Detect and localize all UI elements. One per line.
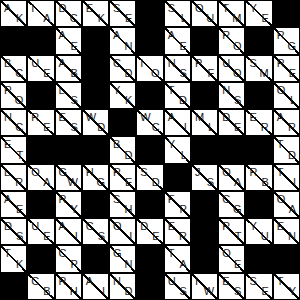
letter-cell-r0c4: SE [109,0,136,27]
bottom-letter: K [125,95,132,106]
bottom-letter: I [102,286,105,297]
bottom-letter: S [180,286,187,297]
top-letter: O [222,248,231,259]
block-cell-r1c5 [136,27,163,54]
bottom-letter: C [15,122,23,133]
bottom-letter: R [288,122,296,133]
tangleword-board: AKIADCEKSESLOUTMYEAEANAERORGBCUEABCDIONS… [0,0,300,300]
block-cell-r9c9 [245,245,272,272]
top-letter: P [195,58,202,69]
bottom-letter: F [207,68,214,79]
bottom-letter: K [98,13,105,24]
top-letter: B [113,139,120,150]
top-letter: C [113,58,121,69]
top-letter: N [113,276,121,287]
top-letter: R [277,30,285,41]
bottom-letter: M [232,13,241,24]
block-cell-r8c7 [191,218,218,245]
letter-cell-r7c8: CG [218,191,245,218]
letter-cell-r1c2: AE [55,27,82,54]
top-letter: Y [113,85,120,96]
letter-cell-r8c8: RT [218,218,245,245]
top-letter: S [140,167,147,178]
block-cell-r1c0 [0,27,27,54]
letter-cell-r3c4: YK [109,82,136,109]
block-cell-r9c10 [273,245,300,272]
letter-cell-r4c5: WC [136,109,163,136]
letter-cell-r8c2: AI [55,218,82,245]
block-cell-r4c4 [109,109,136,136]
letter-cell-r10c9: SE [245,273,272,300]
bottom-letter: O [233,41,242,52]
bottom-letter: G [97,177,106,188]
letter-cell-r6c10: TI [273,164,300,191]
letter-cell-r0c1: IA [27,0,54,27]
bottom-letter: S [234,286,241,297]
top-letter: A [59,221,66,232]
letter-cell-r3c0: RO [0,82,27,109]
bottom-letter: E [125,13,132,24]
block-cell-r3c3 [82,82,109,109]
bottom-letter: I [184,122,187,133]
top-letter: C [86,221,94,232]
bottom-letter: L [181,13,187,24]
letter-cell-r9c4: GN [109,245,136,272]
letter-cell-r4c8: DE [218,109,245,136]
letter-cell-r6c3: HG [82,164,109,191]
block-cell-r9c3 [82,245,109,272]
block-cell-r1c9 [245,27,272,54]
letter-cell-r6c2: GW [55,164,82,191]
letter-cell-r8c0: DS [0,218,27,245]
letter-cell-r4c2: ES [55,109,82,136]
bottom-letter: L [208,122,214,133]
top-letter: E [222,276,229,287]
bottom-letter: L [181,150,187,161]
top-letter: R [59,194,67,205]
block-cell-r1c1 [27,27,54,54]
bottom-letter: D [152,177,160,188]
bottom-letter: B [70,68,77,79]
bottom-letter: E [234,122,241,133]
bottom-letter: E [125,177,132,188]
top-letter: O [277,85,286,96]
bottom-letter: C [70,13,78,24]
letter-cell-r6c4: RE [109,164,136,191]
bottom-letter: L [290,95,296,106]
top-letter: E [249,112,256,123]
block-cell-r3c5 [136,82,163,109]
top-letter: N [168,58,176,69]
top-letter: O [222,167,231,178]
bottom-letter: P [180,204,187,215]
letter-cell-r3c6: TD [164,82,191,109]
top-letter: E [168,221,175,232]
top-letter: A [168,112,175,123]
letter-cell-r1c6: AE [164,27,191,54]
top-letter: I [195,276,198,287]
letter-cell-r2c1: UE [27,55,54,82]
block-cell-r10c0 [0,273,27,300]
bottom-letter: T [17,150,24,161]
letter-cell-r10c2: RH [55,273,82,300]
bottom-letter: S [180,68,187,79]
letter-cell-r8c10: EN [273,218,300,245]
bottom-letter: S [98,231,105,242]
bottom-letter: W [67,177,77,188]
bottom-letter: P [70,259,77,270]
letter-cell-r2c7: PF [191,55,218,82]
block-cell-r5c8 [218,136,245,163]
top-letter: G [59,167,68,178]
letter-cell-r8c1: UE [27,218,54,245]
bottom-letter: D [97,122,105,133]
letter-cell-r5c4: BD [109,136,136,163]
top-letter: A [59,30,66,41]
top-letter: E [277,221,284,232]
bottom-letter: N [124,259,132,270]
bottom-letter: U [261,231,269,242]
bottom-letter: C [15,68,23,79]
top-letter: A [4,194,11,205]
block-cell-r9c1 [27,245,54,272]
top-letter: U [222,58,230,69]
letter-cell-r4c3: WD [82,109,109,136]
letter-cell-r2c4: CD [109,55,136,82]
block-cell-r5c1 [27,136,54,163]
top-letter: R [31,112,39,123]
letter-cell-r10c6: US [164,273,191,300]
block-cell-r3c7 [191,82,218,109]
bottom-letter: E [180,41,187,52]
bottom-letter: E [70,41,77,52]
bottom-letter: O [15,95,24,106]
top-letter: E [86,3,93,14]
bottom-letter: E [43,68,50,79]
bottom-letter: R [15,177,23,188]
top-letter: E [59,112,66,123]
top-letter: A [86,276,93,287]
top-letter: T [277,139,284,150]
letter-cell-r6c5: SD [136,164,163,191]
top-letter: Y [249,3,256,14]
top-letter: W [140,112,150,123]
bottom-letter: G [287,41,296,52]
bottom-letter: D [288,150,296,161]
letter-cell-r2c0: BC [0,55,27,82]
letter-cell-r2c2: AB [55,55,82,82]
letter-cell-r3c8: NS [218,82,245,109]
letter-cell-r4c1: RE [27,109,54,136]
letter-cell-r3c10: OL [273,82,300,109]
top-letter: O [277,194,286,205]
bottom-letter: W [204,286,214,297]
top-letter: S [113,194,120,205]
block-cell-r7c7 [191,191,218,218]
top-letter: L [4,167,10,178]
letter-cell-r10c4: ND [109,273,136,300]
bottom-letter: D [124,286,132,297]
bottom-letter: E [16,204,23,215]
letter-cell-r7c0: AE [0,191,27,218]
top-letter: T [168,85,175,96]
bottom-letter: K [16,13,23,24]
top-letter: A [277,112,284,123]
letter-cell-r9c2: CP [55,245,82,272]
bottom-letter: O [233,68,242,79]
top-letter: M [195,112,204,123]
top-letter: Y [168,139,175,150]
top-letter: A [59,58,66,69]
letter-cell-r10c1: CB [27,273,54,300]
bottom-letter: E [152,231,159,242]
top-letter: G [113,248,122,259]
top-letter: O [31,167,40,178]
top-letter: D [59,3,67,14]
letter-cell-r9c6: TA [164,245,191,272]
bottom-letter: S [70,122,77,133]
bottom-letter: R [179,231,187,242]
top-letter: A [168,30,175,41]
bottom-letter: Y [289,286,296,297]
block-cell-r3c9 [245,82,272,109]
bottom-letter: Y [70,204,77,215]
block-cell-r3c1 [27,82,54,109]
top-letter: T [277,276,284,287]
letter-cell-r8c6: ER [164,218,191,245]
bottom-letter: A [43,177,50,188]
top-letter: N [222,85,230,96]
bottom-letter: S [70,95,77,106]
bottom-letter: A [180,259,187,270]
letter-cell-r2c6: NS [164,55,191,82]
block-cell-r7c3 [82,191,109,218]
bottom-letter: A [289,204,296,215]
bottom-letter: I [129,231,132,242]
top-letter: N [4,112,12,123]
bottom-letter: R [261,122,269,133]
top-letter: T [168,248,175,259]
bottom-letter: T [235,231,242,242]
letter-cell-r2c5: IO [136,55,163,82]
letter-cell-r9c8: OE [218,245,245,272]
letter-cell-r10c7: IW [191,273,218,300]
top-letter: R [249,167,257,178]
top-letter: T [222,3,229,14]
bottom-letter: E [43,231,50,242]
letter-cell-r0c3: EK [82,0,109,27]
letter-cell-r0c8: TM [218,0,245,27]
block-cell-r9c7 [191,245,218,272]
letter-cell-r0c2: DC [55,0,82,27]
top-letter: J [195,167,201,178]
top-letter: U [31,221,39,232]
top-letter: R [222,221,230,232]
letter-cell-r0c6: SL [164,0,191,27]
bottom-letter: D [179,95,187,106]
bottom-letter: G [233,204,242,215]
top-letter: D [140,221,148,232]
letter-cell-r1c4: AN [109,27,136,54]
bottom-letter: E [234,259,241,270]
block-cell-r5c7 [191,136,218,163]
block-cell-r6c6 [164,164,191,191]
letter-cell-r6c0: LR [0,164,27,191]
top-letter: S [113,3,120,14]
top-letter: E [4,139,11,150]
block-cell-r1c7 [191,27,218,54]
letter-cell-r10c8: ES [218,273,245,300]
bottom-letter: U [206,13,214,24]
letter-cell-r6c1: OA [27,164,54,191]
bottom-letter: K [16,259,23,270]
letter-cell-r8c4: OI [109,218,136,245]
top-letter: T [4,248,11,259]
bottom-letter: I [75,231,78,242]
block-cell-r5c5 [136,136,163,163]
top-letter: L [59,85,65,96]
top-letter: R [59,276,67,287]
top-letter: B [4,58,11,69]
block-cell-r7c9 [245,191,272,218]
letter-cell-r10c10: TY [273,273,300,300]
top-letter: S [249,276,256,287]
block-cell-r9c5 [136,245,163,272]
letter-cell-r6c7: JS [191,164,218,191]
top-letter: U [31,58,39,69]
block-cell-r5c9 [245,136,272,163]
bottom-letter: S [16,231,23,242]
letter-cell-r1c8: RO [218,27,245,54]
top-letter: I [31,3,34,14]
block-cell-r7c5 [136,191,163,218]
bottom-letter: E [261,13,268,24]
block-cell-r2c3 [82,55,109,82]
bottom-letter: N [288,231,296,242]
top-letter: T [277,167,284,178]
top-letter: O [113,221,122,232]
top-letter: C [222,194,230,205]
letter-cell-r7c6: FP [164,191,191,218]
block-cell-r1c3 [82,27,109,54]
top-letter: R [277,58,285,69]
top-letter: C [59,248,67,259]
bottom-letter: H [70,286,78,297]
letter-cell-r3c2: LS [55,82,82,109]
letter-cell-r6c8: OA [218,164,245,191]
bottom-letter: D [124,150,132,161]
letter-cell-r5c6: YL [164,136,191,163]
letter-cell-r0c7: OU [191,0,218,27]
bottom-letter: B [261,177,268,188]
top-letter: S [249,58,256,69]
block-cell-r5c3 [82,136,109,163]
bottom-letter: S [234,95,241,106]
letter-cell-r10c3: AI [82,273,109,300]
top-letter: A [113,30,120,41]
bottom-letter: M [260,68,269,79]
letter-cell-r7c4: SH [109,191,136,218]
letter-cell-r9c0: TK [0,245,27,272]
top-letter: D [222,112,230,123]
letter-cell-r7c2: RY [55,191,82,218]
bottom-letter: D [124,68,132,79]
bottom-letter: C [152,122,160,133]
top-letter: I [140,58,143,69]
top-letter: U [168,276,176,287]
letter-cell-r5c0: ET [0,136,27,163]
bottom-letter: I [293,177,296,188]
letter-cell-r4c7: ML [191,109,218,136]
letter-cell-r0c0: AK [0,0,27,27]
block-cell-r7c1 [27,191,54,218]
letter-cell-r6c9: RB [245,164,272,191]
block-cell-r0c5 [136,0,163,27]
bottom-letter: E [43,122,50,133]
bottom-letter: O [151,68,160,79]
top-letter: Y [249,221,256,232]
letter-cell-r4c6: AI [164,109,191,136]
top-letter: O [195,3,204,14]
letter-cell-r4c9: ER [245,109,272,136]
letter-cell-r4c0: NC [0,109,27,136]
top-letter: W [86,112,96,123]
bottom-letter: H [124,204,132,215]
letter-cell-r8c5: DE [136,218,163,245]
letter-cell-r8c9: YU [245,218,272,245]
block-cell-r5c2 [55,136,82,163]
letter-cell-r2c10: RE [273,55,300,82]
bottom-letter: A [43,13,50,24]
letter-cell-r8c3: CS [82,218,109,245]
top-letter: H [86,167,94,178]
bottom-letter: S [207,177,214,188]
top-letter: F [168,194,175,205]
letter-cell-r2c9: SM [245,55,272,82]
top-letter: S [168,3,175,14]
block-cell-r10c5 [136,273,163,300]
top-letter: D [4,221,12,232]
letter-cell-r4c10: AR [273,109,300,136]
top-letter: A [4,3,11,14]
letter-cell-r0c9: YE [245,0,272,27]
letter-cell-r5c10: TD [273,136,300,163]
letter-cell-r1c10: RG [273,27,300,54]
bottom-letter: E [289,68,296,79]
top-letter: R [4,85,12,96]
top-letter: R [222,30,230,41]
block-cell-r0c10 [273,0,300,27]
bottom-letter: N [124,41,132,52]
letter-cell-r7c10: OA [273,191,300,218]
bottom-letter: B [43,286,50,297]
puzzle-screenshot: AKIADCEKSESLOUTMYEAEANAERORGBCUEABCDIONS… [0,0,300,300]
letter-cell-r2c8: UO [218,55,245,82]
bottom-letter: A [234,177,241,188]
top-letter: R [113,167,121,178]
top-letter: C [31,276,39,287]
bottom-letter: E [261,286,268,297]
